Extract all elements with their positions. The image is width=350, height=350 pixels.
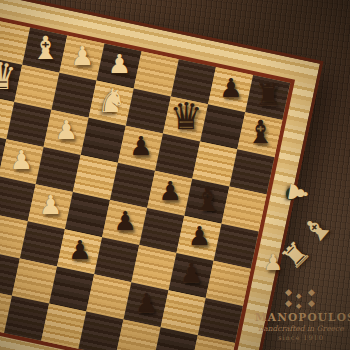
board-grid xyxy=(0,15,295,350)
brand-name: MANOPOULOS xyxy=(255,311,347,323)
brand-logo: ◆ ◆ ◆ ◆ ◆ ◆ MANOPOULOS handcrafted in Gr… xyxy=(255,288,347,342)
square-e1 xyxy=(78,312,123,350)
brand-tagline: handcrafted in Greece xyxy=(255,324,347,333)
photo-scene: ♝♟♟♟♜♛♞♛♝♟♟♟♟♝♟♟♟♟♟♟ ♟♝♜♟ ◆ ◆ ◆ ◆ ◆ ◆ MA… xyxy=(0,0,350,350)
captured-white-pawn-standing: ♟ xyxy=(263,252,283,274)
brand-since: since 1910 xyxy=(255,334,347,342)
captured-white-pawn-lying: ♟ xyxy=(284,180,313,206)
logo-diamond-mark-icon: ◆ ◆ ◆ ◆ ◆ ◆ xyxy=(275,288,327,310)
